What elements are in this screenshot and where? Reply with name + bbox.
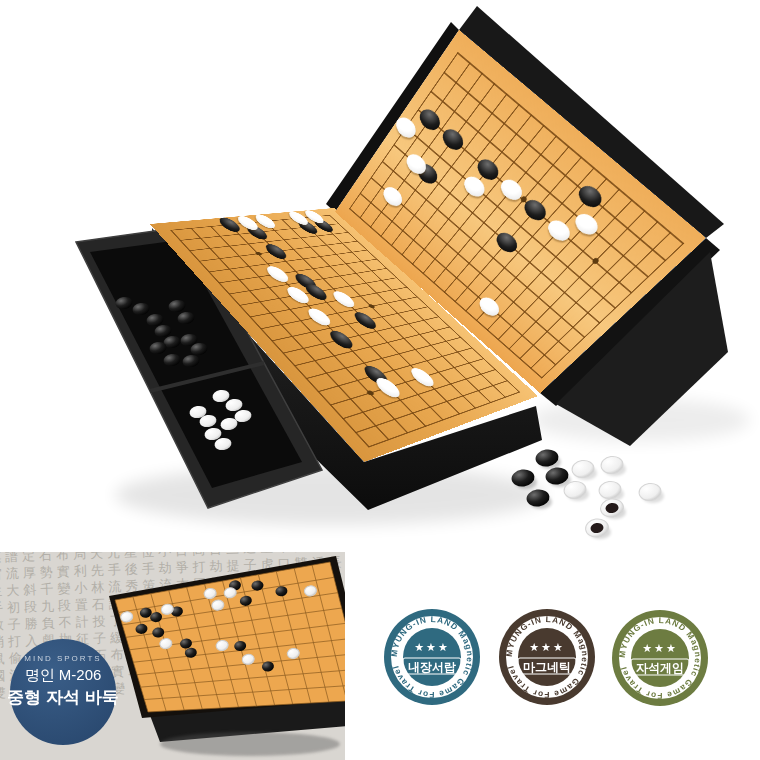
seal-label: 마그네틱 [523, 660, 571, 674]
model-badge-brand: MIND SPORTS [0, 654, 128, 663]
seal-stars: ★★★ [642, 642, 678, 655]
seal-stars: ★★★ [529, 641, 565, 654]
seal-inner-disc [403, 628, 461, 686]
model-badge-name: 중형 자석 바둑 [0, 686, 128, 709]
seal-label: 내장서랍 [408, 660, 456, 674]
seal-inner-disc [518, 628, 576, 686]
seal-1: MYUNG-IN LAND Magnetic Game For Travel★★… [384, 609, 480, 705]
seal-label: 자석게임 [636, 661, 684, 675]
seal-3: MYUNG-IN LAND Magnetic Game For Travel★★… [612, 610, 708, 706]
feature-seals: MYUNG-IN LAND Magnetic Game For Travel★★… [0, 0, 760, 760]
seal-stars: ★★★ [414, 641, 450, 654]
product-photo: 棋譜定石布局天元星位小目高目三連星中國流宇宙流厚勢實利先手後手劫爭打劫提子虎口雙… [0, 0, 760, 760]
seal-2: MYUNG-IN LAND Magnetic Game For Travel★★… [499, 609, 595, 705]
model-badge-model: 명인 M-206 [0, 666, 128, 685]
seal-inner-disc [631, 629, 689, 687]
